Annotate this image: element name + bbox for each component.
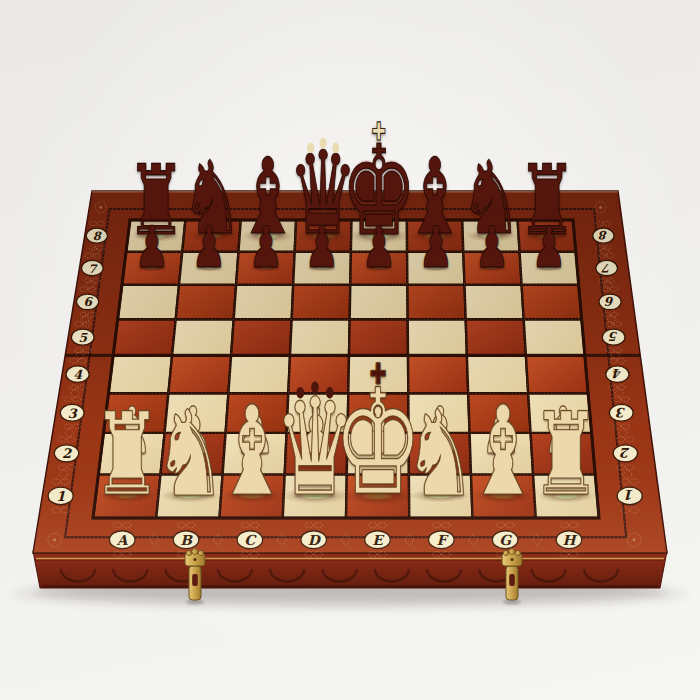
chess-board: 1122334455667788ABCDEFGH [0,0,700,700]
square-e2[interactable] [347,433,409,475]
box-front-face [33,551,667,588]
svg-text:G: G [499,532,512,548]
square-e1[interactable] [346,474,409,518]
rank-label-right-1: 1 [617,487,642,505]
square-b4[interactable] [168,356,231,394]
square-f3[interactable] [408,393,469,433]
square-b2[interactable] [161,433,226,475]
svg-text:A: A [116,532,129,548]
square-f2[interactable] [409,433,471,475]
file-label-e: E [365,531,391,549]
svg-text:1: 1 [625,487,634,503]
square-a6[interactable] [118,285,179,320]
square-d2[interactable] [285,433,348,475]
rank-label-right-5: 5 [602,329,625,345]
svg-text:1: 1 [56,488,65,504]
square-h4[interactable] [526,356,588,394]
square-b6[interactable] [176,285,236,320]
square-d4[interactable] [288,356,349,394]
svg-text:4: 4 [612,366,622,381]
square-f1[interactable] [409,474,473,518]
file-label-g: G [492,531,518,549]
square-f4[interactable] [408,356,468,394]
square-c3[interactable] [226,393,289,433]
rank-label-left-7: 7 [81,260,103,275]
square-d5[interactable] [290,319,350,355]
square-c2[interactable] [223,433,287,475]
square-c7[interactable] [236,252,295,285]
square-b7[interactable] [179,252,239,285]
square-g2[interactable] [470,433,533,475]
square-f7[interactable] [407,252,464,285]
square-e3[interactable] [348,393,409,433]
square-c8[interactable] [239,220,297,252]
square-a5[interactable] [113,319,176,355]
square-g7[interactable] [463,252,521,285]
square-a1[interactable] [93,474,161,518]
square-b1[interactable] [156,474,222,518]
square-g6[interactable] [465,285,524,320]
square-g5[interactable] [466,319,526,355]
rank-label-left-2: 2 [54,445,78,462]
squares [93,220,599,518]
square-g8[interactable] [462,220,519,252]
square-c1[interactable] [220,474,285,518]
square-a2[interactable] [98,433,164,475]
square-c4[interactable] [228,356,290,394]
svg-text:B: B [180,532,193,548]
file-label-b: B [173,531,199,549]
square-a3[interactable] [104,393,169,433]
rank-label-right-8: 8 [593,228,614,243]
square-b3[interactable] [165,393,229,433]
rank-label-left-5: 5 [71,329,94,345]
square-b5[interactable] [172,319,234,355]
rank-label-left-1: 1 [48,487,73,505]
svg-text:H: H [562,532,577,548]
square-e5[interactable] [349,319,408,355]
square-h3[interactable] [528,393,591,433]
square-g4[interactable] [467,356,528,394]
rank-label-left-4: 4 [66,366,89,382]
svg-text:D: D [308,532,322,548]
square-d6[interactable] [292,285,351,320]
square-e8[interactable] [351,220,407,252]
file-label-h: H [556,531,582,549]
square-g1[interactable] [471,474,536,518]
square-a4[interactable] [109,356,173,394]
svg-text:5: 5 [608,329,618,344]
square-d1[interactable] [283,474,347,518]
rank-label-left-8: 8 [86,228,107,243]
svg-text:5: 5 [78,330,88,345]
square-e4[interactable] [348,356,408,394]
square-c5[interactable] [231,319,292,355]
svg-text:8: 8 [598,228,607,242]
square-h5[interactable] [524,319,585,355]
square-h6[interactable] [522,285,582,320]
file-label-d: D [301,531,327,549]
square-h8[interactable] [518,220,576,252]
square-h2[interactable] [531,433,596,475]
square-d8[interactable] [295,220,352,252]
rank-label-right-7: 7 [596,260,618,275]
rank-label-right-3: 3 [609,404,633,421]
square-f5[interactable] [408,319,467,355]
rank-label-right-6: 6 [599,294,621,310]
square-g3[interactable] [468,393,530,433]
square-d7[interactable] [293,252,351,285]
square-f8[interactable] [407,220,463,252]
svg-text:4: 4 [73,367,83,382]
square-h1[interactable] [533,474,599,518]
square-a7[interactable] [122,252,182,285]
rank-label-right-4: 4 [606,366,629,382]
square-f6[interactable] [407,285,465,320]
svg-text:3: 3 [68,406,78,421]
photo-scene: 1122334455667788ABCDEFGH ♜♞♝♛♚✚♝♞♜♟♟♟♟♟♟… [0,0,700,700]
svg-text:8: 8 [93,229,102,243]
square-b8[interactable] [182,220,241,252]
square-c6[interactable] [234,285,294,320]
file-label-f: F [429,531,455,549]
svg-text:3: 3 [616,405,626,420]
rank-label-right-2: 2 [613,445,637,462]
square-h7[interactable] [520,252,579,285]
square-e6[interactable] [350,285,408,320]
square-d3[interactable] [287,393,349,433]
file-label-c: C [237,531,262,549]
square-e7[interactable] [350,252,407,285]
rank-label-left-3: 3 [60,404,84,421]
square-a8[interactable] [126,220,185,252]
file-label-a: A [109,531,134,549]
rank-label-left-6: 6 [76,294,98,310]
